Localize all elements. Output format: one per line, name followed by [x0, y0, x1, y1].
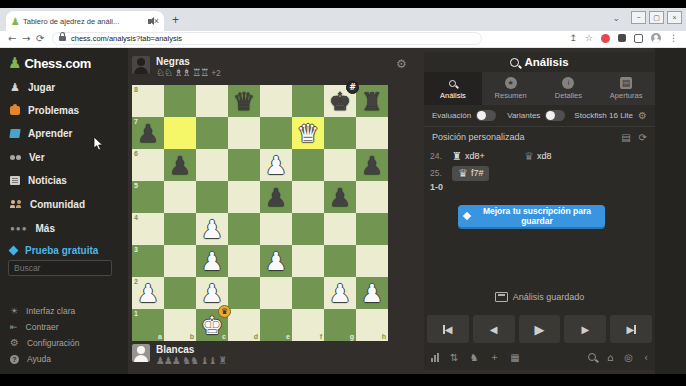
square-a3[interactable]: 3: [132, 245, 164, 277]
square-h3[interactable]: [356, 245, 388, 277]
white-rook-figurine: ♜: [452, 151, 462, 162]
file-label: d: [254, 333, 258, 340]
browser-address-bar: ← → ⟳ chess.com/analysis?tab=analysis ↥ …: [0, 31, 686, 48]
square-d3[interactable]: [228, 245, 260, 277]
board-editor-icon[interactable]: ▦: [510, 352, 519, 363]
back-icon[interactable]: ←: [8, 33, 16, 44]
square-h5[interactable]: [356, 181, 388, 213]
material-advantage: +2: [211, 68, 221, 78]
nav-prev-button[interactable]: ◀: [473, 315, 515, 343]
panel-header: Análisis: [424, 52, 655, 72]
square-d7[interactable]: [228, 117, 260, 149]
upgrade-subscription-button[interactable]: Mejora tu suscripción para guardar: [458, 205, 605, 227]
square-f6[interactable]: [292, 149, 324, 181]
tab-title: Tablero de ajedrez de análi...: [23, 17, 145, 26]
black-piece-p-g5[interactable]: ♟: [324, 181, 356, 213]
trial-label: Prueba gratuita: [25, 245, 98, 256]
tab-aperturas[interactable]: ▤ Aperturas: [597, 72, 655, 105]
square-c1[interactable]: c♚♛: [196, 309, 228, 341]
sidebar-item-noticias[interactable]: Noticias: [10, 172, 67, 188]
chevron-down-icon[interactable]: ⌄: [612, 13, 620, 23]
square-f8[interactable]: [292, 85, 324, 117]
rank-label: 6: [134, 150, 138, 157]
square-d1[interactable]: d: [228, 309, 260, 341]
square-c7[interactable]: [196, 117, 228, 149]
rank-label: 8: [134, 86, 138, 93]
engine-label: Stockfish 16 Lite: [574, 111, 633, 120]
reload-icon[interactable]: ⟳: [36, 33, 44, 44]
pieces-icon[interactable]: ♞: [469, 352, 478, 363]
sidebar-item-label: Comunidad: [30, 199, 85, 210]
browser-tab[interactable]: ♟ Tablero de ajedrez de análi... ×: [6, 11, 164, 31]
tab-analisis[interactable]: Análisis: [424, 72, 482, 105]
square-f1[interactable]: f: [292, 309, 324, 341]
move-row-25: 25. ♛ f7#: [424, 165, 655, 181]
analysis-magnifier-icon: [510, 58, 519, 67]
square-g7[interactable]: [324, 117, 356, 149]
square-a5[interactable]: 5: [132, 181, 164, 213]
window-controls: ⌄ − ▢ ×: [612, 11, 682, 24]
square-d8[interactable]: ♛: [228, 85, 260, 117]
reset-circle-icon[interactable]: ⟳: [639, 132, 647, 143]
chess-board: 8♛♚#♜7♟♛6♟♟♟5♟♟4♟3♟♟2♟♟♟♟1abc♚♛defgh: [132, 85, 388, 341]
square-e2[interactable]: [260, 277, 292, 309]
nav-play-button[interactable]: ▶: [519, 315, 561, 343]
move-white-24[interactable]: ♜ xd8+: [452, 151, 524, 162]
sidebar-item-comunidad[interactable]: Comunidad: [10, 196, 85, 212]
black-piece-q-d8[interactable]: ♛: [228, 85, 260, 117]
position-type-label: Posición personalizada: [432, 132, 525, 142]
square-g3[interactable]: [324, 245, 356, 277]
minimize-button[interactable]: −: [631, 11, 646, 24]
info-circle-icon: i: [562, 77, 574, 89]
file-label: h: [382, 333, 386, 340]
sidebar-item-ayuda[interactable]: ? Ayuda: [10, 351, 51, 367]
sidebar-item-label: Contraer: [26, 322, 59, 332]
square-a1[interactable]: 1a: [132, 309, 164, 341]
white-piece-p-e3[interactable]: ♟: [260, 245, 292, 277]
square-a8[interactable]: 8: [132, 85, 164, 117]
square-f5[interactable]: [292, 181, 324, 213]
square-h8[interactable]: ♜: [356, 85, 388, 117]
explorer-icon[interactable]: ⌂: [607, 352, 613, 363]
move-number: 25.: [424, 168, 452, 178]
square-b5[interactable]: [164, 181, 196, 213]
analysis-panel: Análisis Análisis ★ Resumen i Detalles ▤…: [424, 52, 655, 370]
black-piece-r-h8[interactable]: ♜: [356, 85, 388, 117]
sidebar-item-label: Interfaz clara: [26, 306, 75, 316]
square-d5[interactable]: [228, 181, 260, 213]
share-game-icon[interactable]: ‹: [644, 352, 648, 363]
sidebar: ♟ Chess.com ♟ Jugar Problemas Aprender V…: [0, 48, 128, 374]
square-h1[interactable]: h: [356, 309, 388, 341]
gear-icon: ⚙: [10, 338, 19, 348]
kebab-menu-icon[interactable]: ⋮: [669, 33, 678, 43]
extension-badge-icon[interactable]: [601, 34, 610, 43]
nav-first-button[interactable]: ◀: [427, 315, 469, 343]
square-b6[interactable]: ♟: [164, 149, 196, 181]
app-root: ♟ Tablero de ajedrez de análi... × + ⌄ −…: [0, 0, 686, 386]
browser-tab-strip: ♟ Tablero de ajedrez de análi... × + ⌄ −…: [0, 8, 686, 31]
square-a6[interactable]: 6: [132, 149, 164, 181]
add-icon[interactable]: ＋: [489, 350, 499, 364]
more-dots-icon: ●●●: [10, 224, 28, 233]
sidebar-item-interfaz-clara[interactable]: ☀ Interfaz clara: [10, 303, 75, 319]
variants-toggle-label: Variantes: [507, 111, 540, 120]
sidebar-item-ver[interactable]: Ver: [10, 149, 45, 165]
square-b3[interactable]: [164, 245, 196, 277]
white-piece-p-g2[interactable]: ♟: [324, 277, 356, 309]
game-result: 1-0: [430, 182, 443, 192]
square-g1[interactable]: g: [324, 309, 356, 341]
white-piece-q-f7[interactable]: ♛: [292, 117, 324, 149]
square-a4[interactable]: 4: [132, 213, 164, 245]
square-e7[interactable]: [260, 117, 292, 149]
square-e4[interactable]: [260, 213, 292, 245]
toolbar-icons: ↥ ☆ ⋮: [569, 33, 678, 43]
square-h2[interactable]: ♟: [356, 277, 388, 309]
sidebar-item-aprender[interactable]: Aprender: [10, 125, 72, 141]
new-tab-button[interactable]: +: [172, 13, 179, 27]
engine-settings-icon[interactable]: ⚙: [638, 111, 647, 121]
chesscom-logo[interactable]: ♟ Chess.com: [8, 54, 91, 72]
white-piece-p-e6[interactable]: ♟: [260, 149, 292, 181]
move-row-24: 24. ♜ xd8+ ♛ xd8: [424, 148, 655, 164]
captured-pieces-black: ♘♘ ♗♗ ♖♖+2: [156, 67, 221, 79]
black-piece-p-b6[interactable]: ♟: [164, 149, 196, 181]
search-input[interactable]: [8, 260, 112, 276]
sidebar-item-contraer[interactable]: ⇤ Contraer: [10, 319, 59, 335]
engine-toggle-row: Evaluación Variantes Stockfish 16 Lite ⚙: [424, 105, 655, 127]
nav-next-button[interactable]: ▶: [564, 315, 606, 343]
sidebar-item-label: Ver: [29, 152, 45, 163]
black-piece-p-h6[interactable]: ♟: [356, 149, 388, 181]
evaluation-toggle[interactable]: [476, 110, 496, 121]
square-f2[interactable]: [292, 277, 324, 309]
square-b4[interactable]: [164, 213, 196, 245]
square-g5[interactable]: ♟: [324, 181, 356, 213]
share-icon[interactable]: ↥: [569, 33, 577, 43]
square-a2[interactable]: 2♟: [132, 277, 164, 309]
tab-audio-icon: [148, 19, 151, 24]
tab-detalles[interactable]: i Detalles: [540, 72, 598, 105]
maximize-button[interactable]: ▢: [649, 11, 664, 24]
black-queen-figurine: ♛: [524, 151, 534, 162]
forward-icon[interactable]: →: [22, 33, 30, 44]
square-d6[interactable]: [228, 149, 260, 181]
square-h6[interactable]: ♟: [356, 149, 388, 181]
gem-icon: [463, 212, 471, 220]
square-c5[interactable]: [196, 181, 228, 213]
close-button[interactable]: ×: [667, 11, 682, 24]
white-piece-p-a2[interactable]: ♟: [132, 277, 164, 309]
player-name-black: Negras: [156, 56, 221, 67]
square-g2[interactable]: ♟: [324, 277, 356, 309]
square-d4[interactable]: [228, 213, 260, 245]
community-icon: [10, 200, 22, 209]
sidebar-item-label: Problemas: [28, 105, 79, 116]
self-analysis-icon[interactable]: [588, 353, 596, 361]
flip-board-icon[interactable]: ⇅: [450, 352, 458, 363]
square-h7[interactable]: [356, 117, 388, 149]
square-e1[interactable]: e: [260, 309, 292, 341]
panel-title: Análisis: [524, 56, 568, 68]
tab-resumen[interactable]: ★ Resumen: [482, 72, 540, 105]
bottom-toolbar: ⇅ ♞ ＋ ▦ ⌂ ◎ ‹: [424, 348, 655, 366]
square-h4[interactable]: [356, 213, 388, 245]
black-piece-p-e5[interactable]: ♟: [260, 181, 292, 213]
square-b8[interactable]: [164, 85, 196, 117]
panel-tabs: Análisis ★ Resumen i Detalles ▤ Apertura…: [424, 72, 655, 105]
position-type-row: Posición personalizada ▤ ⟳: [424, 128, 655, 146]
player-top: Negras ♘♘ ♗♗ ♖♖+2: [132, 56, 221, 79]
square-g8[interactable]: ♚#: [324, 85, 356, 117]
sidebar-item-prueba-gratuita[interactable]: Prueba gratuita: [10, 242, 98, 258]
variants-toggle[interactable]: [545, 110, 565, 121]
logo-text: Chess.com: [24, 56, 91, 71]
player-bottom: Blancas ♟♟♟ ♞♞ ♝♝ ♜: [132, 344, 226, 366]
play-piece-icon: ♟: [10, 82, 20, 93]
saved-analysis-label: Análisis guardado: [513, 292, 585, 302]
avatar-black[interactable]: [132, 56, 150, 74]
captured-pieces-white: ♟♟♟ ♞♞ ♝♝ ♜: [156, 355, 226, 366]
file-label: g: [350, 333, 354, 340]
winner-badge-icon: ♛: [218, 305, 231, 318]
light-mode-icon: ☀: [10, 306, 18, 316]
right-gutter: [655, 48, 686, 374]
extensions-puzzle-icon[interactable]: [618, 34, 626, 42]
rank-label: 1: [134, 310, 138, 317]
board-settings-icon[interactable]: ⚙: [396, 57, 407, 71]
square-e6[interactable]: ♟: [260, 149, 292, 181]
white-piece-p-c3[interactable]: ♟: [196, 245, 228, 277]
file-label: a: [158, 333, 162, 340]
square-a7[interactable]: 7♟: [132, 117, 164, 149]
diamond-icon: [9, 245, 19, 255]
move-number: 24.: [424, 151, 452, 161]
square-f3[interactable]: [292, 245, 324, 277]
rank-label: 5: [134, 182, 138, 189]
newspaper-icon: [10, 176, 20, 185]
square-c3[interactable]: ♟: [196, 245, 228, 277]
archive-icon: [495, 292, 508, 302]
square-g4[interactable]: [324, 213, 356, 245]
sidebar-item-label: Jugar: [28, 82, 55, 93]
url-text: chess.com/analysis?tab=analysis: [71, 34, 182, 43]
square-f4[interactable]: [292, 213, 324, 245]
binoculars-icon: [10, 155, 15, 160]
square-f7[interactable]: ♛: [292, 117, 324, 149]
chesscom-favicon: ♟: [11, 16, 20, 27]
move-black-24[interactable]: ♛ xd8: [524, 151, 596, 162]
square-b1[interactable]: b: [164, 309, 196, 341]
saved-analysis-row[interactable]: Análisis guardado: [424, 292, 655, 302]
openings-book-icon: ▤: [620, 77, 632, 89]
copy-pgn-icon[interactable]: ▤: [621, 132, 630, 143]
learn-icon: [9, 129, 20, 138]
sidebar-item-label: Aprender: [28, 128, 72, 139]
help-icon: ?: [10, 355, 19, 364]
move-navigation: ◀ ◀ ▶ ▶ ▶: [427, 315, 652, 343]
rank-label: 3: [134, 246, 138, 253]
logo-pawn-icon: ♟: [8, 54, 21, 72]
collapse-icon: ⇤: [10, 322, 18, 332]
square-e8[interactable]: [260, 85, 292, 117]
file-label: e: [286, 333, 290, 340]
square-e3[interactable]: ♟: [260, 245, 292, 277]
file-label: b: [190, 333, 194, 340]
profile-avatar[interactable]: [651, 33, 661, 43]
file-label: f: [320, 333, 322, 340]
sidebar-item-mas[interactable]: ●●● Más: [10, 220, 55, 236]
tab-group-icon[interactable]: [634, 34, 643, 43]
mate-badge-icon: #: [346, 81, 359, 94]
sidebar-item-label: Noticias: [28, 175, 67, 186]
square-g6[interactable]: [324, 149, 356, 181]
white-queen-figurine: ♛: [458, 168, 468, 179]
star-circle-icon: ★: [505, 77, 517, 89]
avatar-white[interactable]: [132, 344, 150, 362]
sidebar-item-label: Más: [36, 223, 55, 234]
stats-icon[interactable]: [431, 353, 439, 362]
white-piece-p-h2[interactable]: ♟: [356, 277, 388, 309]
move-white-25-current[interactable]: ♛ f7#: [452, 166, 489, 181]
square-c6[interactable]: [196, 149, 228, 181]
sidebar-item-label: Configuración: [27, 338, 79, 348]
lock-icon: [59, 36, 66, 41]
player-name-white: Blancas: [156, 344, 226, 355]
mouse-cursor: [93, 136, 104, 156]
square-d2[interactable]: [228, 277, 260, 309]
square-b7[interactable]: [164, 117, 196, 149]
nav-last-button[interactable]: ▶: [610, 315, 652, 343]
record-icon[interactable]: ◎: [624, 352, 633, 363]
square-e5[interactable]: ♟: [260, 181, 292, 213]
rank-label: 4: [134, 214, 138, 221]
tab-close-icon[interactable]: ×: [154, 16, 159, 26]
square-c4[interactable]: ♟: [196, 213, 228, 245]
bookmark-star-icon[interactable]: ☆: [585, 33, 593, 43]
white-piece-p-c4[interactable]: ♟: [196, 213, 228, 245]
puzzle-icon: [10, 106, 20, 115]
sidebar-item-label: Ayuda: [27, 354, 51, 364]
black-piece-p-a7[interactable]: ♟: [132, 117, 164, 149]
square-c8[interactable]: [196, 85, 228, 117]
sidebar-item-problemas[interactable]: Problemas: [10, 102, 79, 118]
omnibox[interactable]: chess.com/analysis?tab=analysis: [52, 32, 482, 45]
sidebar-item-jugar[interactable]: ♟ Jugar: [10, 79, 55, 95]
square-b2[interactable]: [164, 277, 196, 309]
evaluation-toggle-label: Evaluación: [432, 111, 471, 120]
sidebar-item-configuracion[interactable]: ⚙ Configuración: [10, 335, 79, 351]
magnifier-icon: [447, 77, 459, 89]
